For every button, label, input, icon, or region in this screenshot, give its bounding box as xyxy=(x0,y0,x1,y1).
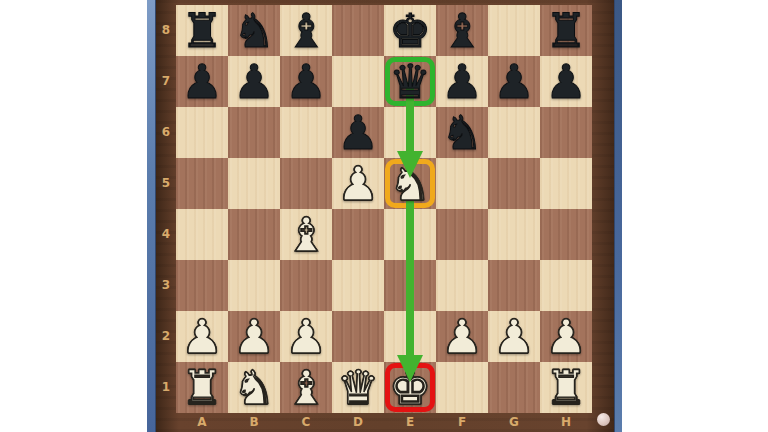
square-d4[interactable] xyxy=(332,209,384,260)
square-g3[interactable] xyxy=(488,260,540,311)
white-pawn-b2[interactable]: ♟ xyxy=(228,311,280,362)
square-c5[interactable] xyxy=(280,158,332,209)
square-a2[interactable]: ♟ xyxy=(176,311,228,362)
white-bishop-c4[interactable]: ♝ xyxy=(280,209,332,260)
file-label-E: E xyxy=(384,413,436,432)
black-queen-e7[interactable]: ♛ xyxy=(384,56,436,107)
file-label-C: C xyxy=(280,413,332,432)
black-pawn-a7[interactable]: ♟ xyxy=(176,56,228,107)
rank-label-6: 6 xyxy=(156,107,176,158)
file-label-H: H xyxy=(540,413,592,432)
square-d7[interactable] xyxy=(332,56,384,107)
square-h1[interactable]: ♜ xyxy=(540,362,592,413)
file-label-D: D xyxy=(332,413,384,432)
square-f7[interactable]: ♟ xyxy=(436,56,488,107)
rank-label-8: 8 xyxy=(156,5,176,56)
rank-coordinates: 87654321 xyxy=(156,5,176,413)
square-c6[interactable] xyxy=(280,107,332,158)
rank-label-1: 1 xyxy=(156,362,176,413)
square-a8[interactable]: ♜ xyxy=(176,5,228,56)
square-a5[interactable] xyxy=(176,158,228,209)
square-c4[interactable]: ♝ xyxy=(280,209,332,260)
black-rook-a8[interactable]: ♜ xyxy=(176,5,228,56)
file-label-G: G xyxy=(488,413,540,432)
square-b1[interactable]: ♞ xyxy=(228,362,280,413)
square-b8[interactable]: ♞ xyxy=(228,5,280,56)
file-label-B: B xyxy=(228,413,280,432)
square-a1[interactable]: ♜ xyxy=(176,362,228,413)
black-rook-h8[interactable]: ♜ xyxy=(540,5,592,56)
black-bishop-c8[interactable]: ♝ xyxy=(280,5,332,56)
square-h2[interactable]: ♟ xyxy=(540,311,592,362)
square-c3[interactable] xyxy=(280,260,332,311)
square-d6[interactable]: ♟ xyxy=(332,107,384,158)
square-g1[interactable] xyxy=(488,362,540,413)
square-e8[interactable]: ♚ xyxy=(384,5,436,56)
black-pawn-g7[interactable]: ♟ xyxy=(488,56,540,107)
white-pawn-d5[interactable]: ♟ xyxy=(332,158,384,209)
square-a4[interactable] xyxy=(176,209,228,260)
square-h8[interactable]: ♜ xyxy=(540,5,592,56)
white-bishop-c1[interactable]: ♝ xyxy=(280,362,332,413)
rank-label-7: 7 xyxy=(156,56,176,107)
square-b4[interactable] xyxy=(228,209,280,260)
square-d3[interactable] xyxy=(332,260,384,311)
board-side-strip-right xyxy=(614,0,622,432)
square-g8[interactable] xyxy=(488,5,540,56)
rank-label-2: 2 xyxy=(156,311,176,362)
square-d5[interactable]: ♟ xyxy=(332,158,384,209)
square-h7[interactable]: ♟ xyxy=(540,56,592,107)
square-d2[interactable] xyxy=(332,311,384,362)
rank-label-3: 3 xyxy=(156,260,176,311)
square-c1[interactable]: ♝ xyxy=(280,362,332,413)
file-label-A: A xyxy=(176,413,228,432)
file-coordinates: ABCDEFGH xyxy=(176,413,592,432)
white-rook-h1[interactable]: ♜ xyxy=(540,362,592,413)
white-pawn-f2[interactable]: ♟ xyxy=(436,311,488,362)
file-label-F: F xyxy=(436,413,488,432)
square-h4[interactable] xyxy=(540,209,592,260)
black-pawn-f7[interactable]: ♟ xyxy=(436,56,488,107)
square-b7[interactable]: ♟ xyxy=(228,56,280,107)
square-f5[interactable] xyxy=(436,158,488,209)
white-queen-d1[interactable]: ♛ xyxy=(332,362,384,413)
black-knight-b8[interactable]: ♞ xyxy=(228,5,280,56)
square-b3[interactable] xyxy=(228,260,280,311)
rank-label-5: 5 xyxy=(156,158,176,209)
chess-board-app: ♜♞♝♚♝♜♟♟♟♛♟♟♟♟♞♟♞♝♟♟♟♟♟♟♜♞♝♛♚♜ 87654321 … xyxy=(0,0,768,432)
square-e7[interactable]: ♛ xyxy=(384,56,436,107)
square-c8[interactable]: ♝ xyxy=(280,5,332,56)
white-knight-b1[interactable]: ♞ xyxy=(228,362,280,413)
square-h5[interactable] xyxy=(540,158,592,209)
chess-board: ♜♞♝♚♝♜♟♟♟♛♟♟♟♟♞♟♞♝♟♟♟♟♟♟♜♞♝♛♚♜ xyxy=(176,5,592,413)
square-c2[interactable]: ♟ xyxy=(280,311,332,362)
black-pawn-d6[interactable]: ♟ xyxy=(332,107,384,158)
square-f1[interactable] xyxy=(436,362,488,413)
square-c7[interactable]: ♟ xyxy=(280,56,332,107)
black-king-e8[interactable]: ♚ xyxy=(384,5,436,56)
white-pawn-a2[interactable]: ♟ xyxy=(176,311,228,362)
square-a6[interactable] xyxy=(176,107,228,158)
black-pawn-h7[interactable]: ♟ xyxy=(540,56,592,107)
square-b6[interactable] xyxy=(228,107,280,158)
square-f6[interactable]: ♞ xyxy=(436,107,488,158)
arrowhead-e5 xyxy=(397,151,423,178)
black-pawn-b7[interactable]: ♟ xyxy=(228,56,280,107)
square-a7[interactable]: ♟ xyxy=(176,56,228,107)
square-h3[interactable] xyxy=(540,260,592,311)
square-f2[interactable]: ♟ xyxy=(436,311,488,362)
square-g5[interactable] xyxy=(488,158,540,209)
square-h6[interactable] xyxy=(540,107,592,158)
square-f3[interactable] xyxy=(436,260,488,311)
square-g6[interactable] xyxy=(488,107,540,158)
square-b2[interactable]: ♟ xyxy=(228,311,280,362)
square-a3[interactable] xyxy=(176,260,228,311)
white-pawn-h2[interactable]: ♟ xyxy=(540,311,592,362)
square-d8[interactable] xyxy=(332,5,384,56)
black-knight-f6[interactable]: ♞ xyxy=(436,107,488,158)
square-g7[interactable]: ♟ xyxy=(488,56,540,107)
white-rook-a1[interactable]: ♜ xyxy=(176,362,228,413)
frame-corner-ball-decoration xyxy=(597,413,610,426)
rank-label-4: 4 xyxy=(156,209,176,260)
black-pawn-c7[interactable]: ♟ xyxy=(280,56,332,107)
arrowhead-e1 xyxy=(397,355,423,382)
square-g4[interactable] xyxy=(488,209,540,260)
white-pawn-c2[interactable]: ♟ xyxy=(280,311,332,362)
white-pawn-g2[interactable]: ♟ xyxy=(488,311,540,362)
black-bishop-f8[interactable]: ♝ xyxy=(436,5,488,56)
square-g2[interactable]: ♟ xyxy=(488,311,540,362)
square-f8[interactable]: ♝ xyxy=(436,5,488,56)
board-side-strip-left xyxy=(147,0,156,432)
square-f4[interactable] xyxy=(436,209,488,260)
square-b5[interactable] xyxy=(228,158,280,209)
square-d1[interactable]: ♛ xyxy=(332,362,384,413)
